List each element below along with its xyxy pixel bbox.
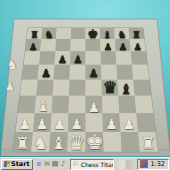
square-e6[interactable] (86, 51, 101, 65)
square-d8[interactable] (71, 28, 86, 39)
mail-icon[interactable]: ✉ (44, 160, 51, 169)
captured-white-pawn: ♟ (5, 81, 15, 92)
square-h4[interactable] (133, 80, 151, 96)
square-d5[interactable] (70, 65, 86, 80)
piece-f4-black-queen[interactable]: ♛ (103, 80, 118, 96)
square-h5[interactable] (132, 65, 149, 80)
taskbar-clock: 1:32 (150, 160, 165, 168)
square-e2[interactable] (86, 113, 104, 132)
square-a5[interactable] (22, 65, 39, 80)
piece-h8-black-rook[interactable]: ♜ (132, 29, 141, 39)
piece-a2-white-pawn[interactable]: ♟ (18, 119, 30, 133)
piece-c1-white-bishop[interactable]: ♝ (51, 136, 67, 153)
piece-a1-white-rook[interactable]: ♜ (15, 136, 30, 153)
piece-c2-white-pawn[interactable]: ♟ (53, 119, 65, 133)
piece-b3-white-bishop[interactable]: ♝ (37, 99, 51, 114)
square-b7[interactable] (40, 39, 56, 51)
piece-h7-black-pawn[interactable]: ♟ (134, 42, 142, 51)
piece-g4-black-bishop[interactable]: ♝ (120, 82, 133, 96)
piece-f8-black-bishop[interactable]: ♝ (103, 29, 112, 39)
taskbar: Start e✉▤♪ ♘ Chess Titans 1:32 (0, 157, 170, 170)
square-h6[interactable] (131, 51, 148, 65)
square-c7[interactable] (55, 39, 70, 51)
windows-logo-icon (4, 161, 11, 167)
task-button-chess-titans[interactable]: ♘ Chess Titans (70, 159, 114, 170)
system-tray: 1:32 (137, 159, 169, 170)
square-b4[interactable] (36, 80, 53, 96)
desktop: ♜♞♚♝♞♜♟♟♟♟♟♟♟♟♛♝♝♟♟♟♟♟♟♟♜♞♝♛♚♜ ♞♟ Start … (0, 0, 170, 170)
show-desktop-icon[interactable]: ▤ (52, 160, 59, 169)
square-e4[interactable] (86, 80, 102, 96)
piece-a8-black-rook[interactable]: ♜ (30, 29, 39, 39)
piece-d6-black-pawn[interactable]: ♟ (73, 55, 82, 65)
square-g6[interactable] (116, 51, 132, 65)
piece-e3-white-pawn[interactable]: ♟ (88, 101, 100, 114)
internet-explorer-icon[interactable]: e (36, 160, 43, 169)
square-a4[interactable] (20, 80, 38, 96)
square-e7[interactable] (86, 39, 101, 51)
square-b6[interactable] (39, 51, 55, 65)
piece-a7-black-pawn[interactable]: ♟ (29, 42, 37, 51)
square-d7[interactable] (70, 39, 85, 51)
piece-c6-black-pawn[interactable]: ♟ (58, 55, 67, 65)
piece-f7-black-pawn[interactable]: ♟ (104, 42, 112, 51)
square-d4[interactable] (69, 80, 85, 96)
piece-b8-black-knight[interactable]: ♞ (45, 29, 54, 39)
media-player-icon[interactable]: ♪ (60, 160, 67, 169)
square-h2[interactable] (136, 113, 155, 132)
square-f3[interactable] (102, 96, 119, 113)
start-button[interactable]: Start (1, 159, 33, 170)
piece-b5-black-pawn[interactable]: ♟ (41, 69, 51, 80)
square-g5[interactable] (116, 65, 133, 80)
piece-f2-white-pawn[interactable]: ♟ (105, 119, 117, 133)
tray-icon[interactable] (140, 160, 148, 168)
captured-white-knight: ♞ (6, 58, 18, 71)
quick-launch-bar: e✉▤♪ (35, 159, 68, 170)
piece-g8-black-knight[interactable]: ♞ (117, 29, 126, 39)
piece-g2-white-pawn[interactable]: ♟ (123, 119, 135, 133)
square-c4[interactable] (53, 80, 70, 96)
piece-b1-white-knight[interactable]: ♞ (33, 136, 49, 153)
chess-knight-icon: ♘ (73, 161, 79, 168)
task-button-label: Chess Titans (81, 161, 114, 168)
square-h3[interactable] (135, 96, 154, 113)
square-c3[interactable] (52, 96, 69, 113)
square-c8[interactable] (56, 28, 71, 39)
piece-h1-white-rook[interactable]: ♜ (141, 136, 156, 153)
piece-d1-white-queen[interactable]: ♛ (68, 133, 86, 153)
square-f1[interactable] (103, 132, 122, 152)
square-g1[interactable] (121, 132, 140, 152)
piece-g7-black-pawn[interactable]: ♟ (119, 42, 127, 51)
piece-e8-black-king[interactable]: ♚ (87, 27, 98, 39)
taskbar-watermark (116, 160, 136, 169)
square-f6[interactable] (101, 51, 117, 65)
square-g3[interactable] (118, 96, 136, 113)
piece-e1-white-king[interactable]: ♚ (85, 133, 104, 154)
square-a6[interactable] (24, 51, 41, 65)
piece-e5-black-pawn[interactable]: ♟ (88, 69, 98, 80)
square-c5[interactable] (54, 65, 70, 80)
square-d3[interactable] (69, 96, 86, 113)
start-label: Start (11, 160, 30, 168)
piece-b2-white-pawn[interactable]: ♟ (36, 119, 48, 133)
square-a3[interactable] (18, 96, 37, 113)
